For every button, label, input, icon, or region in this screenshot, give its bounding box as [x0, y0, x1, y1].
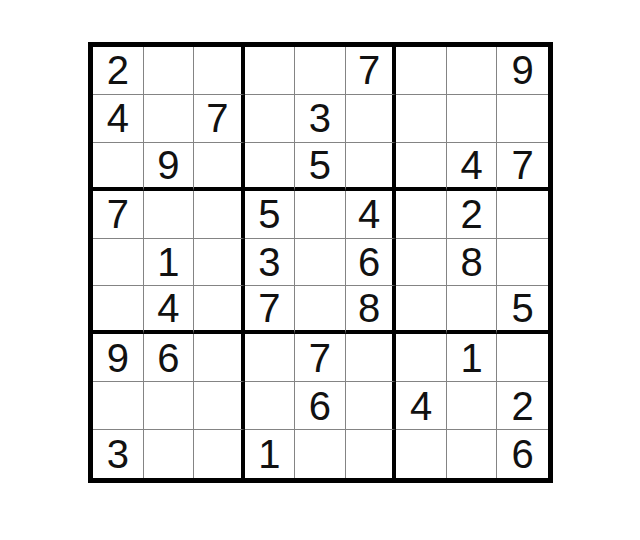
given-digit: 6 — [358, 242, 380, 282]
cell-r1c9[interactable]: 9 — [497, 47, 548, 95]
page: 27947395477542136847859671642316 — [0, 0, 640, 540]
cell-r9c8[interactable] — [447, 430, 498, 478]
cell-r6c4[interactable]: 7 — [245, 286, 296, 334]
cell-r1c8[interactable] — [447, 47, 498, 95]
cell-r5c8[interactable]: 8 — [447, 239, 498, 287]
cell-r1c5[interactable] — [295, 47, 346, 95]
given-digit: 4 — [358, 194, 380, 234]
cell-r9c7[interactable] — [396, 430, 447, 478]
cell-r7c7[interactable] — [396, 334, 447, 382]
cell-r9c5[interactable] — [295, 430, 346, 478]
cell-r5c7[interactable] — [396, 239, 447, 287]
cell-r1c4[interactable] — [245, 47, 296, 95]
cell-r8c3[interactable] — [194, 382, 245, 430]
given-digit: 5 — [258, 194, 280, 234]
cell-r4c3[interactable] — [194, 191, 245, 239]
cell-r9c2[interactable] — [144, 430, 195, 478]
cell-r2c5[interactable]: 3 — [295, 95, 346, 143]
cell-r9c1[interactable]: 3 — [93, 430, 144, 478]
cell-r6c6[interactable]: 8 — [346, 286, 397, 334]
cell-r8c5[interactable]: 6 — [295, 382, 346, 430]
cell-r5c3[interactable] — [194, 239, 245, 287]
cell-r5c9[interactable] — [497, 239, 548, 287]
cell-r4c1[interactable]: 7 — [93, 191, 144, 239]
cell-r3c7[interactable] — [396, 143, 447, 191]
cell-r7c4[interactable] — [245, 334, 296, 382]
cell-r1c6[interactable]: 7 — [346, 47, 397, 95]
given-digit: 9 — [157, 145, 179, 185]
cell-r3c9[interactable]: 7 — [497, 143, 548, 191]
cell-r3c2[interactable]: 9 — [144, 143, 195, 191]
cell-r2c6[interactable] — [346, 95, 397, 143]
cell-r3c5[interactable]: 5 — [295, 143, 346, 191]
cell-r8c2[interactable] — [144, 382, 195, 430]
cell-r2c2[interactable] — [144, 95, 195, 143]
cell-r3c1[interactable] — [93, 143, 144, 191]
given-digit: 6 — [512, 434, 534, 474]
cell-r3c6[interactable] — [346, 143, 397, 191]
cell-r9c6[interactable] — [346, 430, 397, 478]
cell-r1c2[interactable] — [144, 47, 195, 95]
given-digit: 7 — [206, 98, 228, 138]
cell-r6c8[interactable] — [447, 286, 498, 334]
cell-r7c8[interactable]: 1 — [447, 334, 498, 382]
cell-r9c9[interactable]: 6 — [497, 430, 548, 478]
cell-r8c8[interactable] — [447, 382, 498, 430]
cell-r7c9[interactable] — [497, 334, 548, 382]
given-digit: 1 — [157, 242, 179, 282]
cell-r2c4[interactable] — [245, 95, 296, 143]
cell-r5c2[interactable]: 1 — [144, 239, 195, 287]
given-digit: 3 — [309, 98, 331, 138]
cell-r8c1[interactable] — [93, 382, 144, 430]
cell-r7c1[interactable]: 9 — [93, 334, 144, 382]
given-digit: 5 — [512, 288, 534, 328]
given-digit: 2 — [512, 386, 534, 426]
cell-r4c7[interactable] — [396, 191, 447, 239]
cell-r5c1[interactable] — [93, 239, 144, 287]
cell-r9c3[interactable] — [194, 430, 245, 478]
cell-r7c3[interactable] — [194, 334, 245, 382]
cell-r5c5[interactable] — [295, 239, 346, 287]
sudoku-board: 27947395477542136847859671642316 — [88, 42, 553, 483]
cell-r4c6[interactable]: 4 — [346, 191, 397, 239]
cell-r7c6[interactable] — [346, 334, 397, 382]
given-digit: 8 — [358, 288, 380, 328]
cell-r6c1[interactable] — [93, 286, 144, 334]
cell-r2c3[interactable]: 7 — [194, 95, 245, 143]
cell-r2c7[interactable] — [396, 95, 447, 143]
given-digit: 1 — [258, 434, 280, 474]
cell-r5c4[interactable]: 3 — [245, 239, 296, 287]
cell-r6c2[interactable]: 4 — [144, 286, 195, 334]
given-digit: 4 — [157, 288, 179, 328]
given-digit: 7 — [309, 338, 331, 378]
cell-r6c3[interactable] — [194, 286, 245, 334]
cell-r1c3[interactable] — [194, 47, 245, 95]
cell-r8c9[interactable]: 2 — [497, 382, 548, 430]
cell-r3c3[interactable] — [194, 143, 245, 191]
cell-r1c7[interactable] — [396, 47, 447, 95]
cell-r4c8[interactable]: 2 — [447, 191, 498, 239]
given-digit: 5 — [309, 145, 331, 185]
cell-r4c4[interactable]: 5 — [245, 191, 296, 239]
given-digit: 4 — [107, 98, 129, 138]
cell-r8c4[interactable] — [245, 382, 296, 430]
cell-r6c5[interactable] — [295, 286, 346, 334]
cell-r4c2[interactable] — [144, 191, 195, 239]
cell-r2c1[interactable]: 4 — [93, 95, 144, 143]
given-digit: 9 — [512, 50, 534, 90]
given-digit: 3 — [107, 434, 129, 474]
given-digit: 3 — [258, 242, 280, 282]
given-digit: 9 — [107, 338, 129, 378]
cell-r3c4[interactable] — [245, 143, 296, 191]
given-digit: 2 — [107, 50, 129, 90]
cell-r7c5[interactable]: 7 — [295, 334, 346, 382]
given-digit: 4 — [410, 386, 432, 426]
cell-r8c6[interactable] — [346, 382, 397, 430]
given-digit: 7 — [358, 50, 380, 90]
cell-r2c8[interactable] — [447, 95, 498, 143]
given-digit: 7 — [258, 288, 280, 328]
given-digit: 1 — [461, 338, 483, 378]
cell-r1c1[interactable]: 2 — [93, 47, 144, 95]
cell-r7c2[interactable]: 6 — [144, 334, 195, 382]
cell-r8c7[interactable]: 4 — [396, 382, 447, 430]
cell-r5c6[interactable]: 6 — [346, 239, 397, 287]
given-digit: 6 — [309, 386, 331, 426]
given-digit: 7 — [107, 194, 129, 234]
cell-r3c8[interactable]: 4 — [447, 143, 498, 191]
cell-r2c9[interactable] — [497, 95, 548, 143]
given-digit: 8 — [461, 242, 483, 282]
cell-r4c9[interactable] — [497, 191, 548, 239]
cell-r9c4[interactable]: 1 — [245, 430, 296, 478]
given-digit: 2 — [461, 194, 483, 234]
given-digit: 6 — [157, 338, 179, 378]
given-digit: 7 — [512, 145, 534, 185]
cell-r6c9[interactable]: 5 — [497, 286, 548, 334]
cell-r4c5[interactable] — [295, 191, 346, 239]
given-digit: 4 — [461, 145, 483, 185]
cell-r6c7[interactable] — [396, 286, 447, 334]
